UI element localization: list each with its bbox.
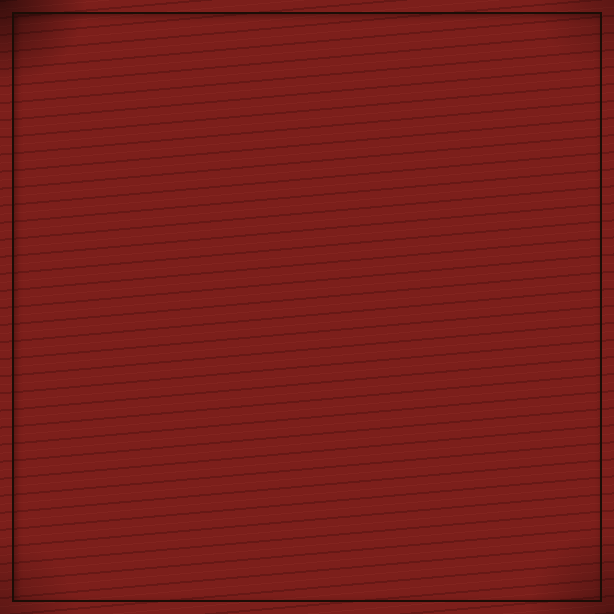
chessboard-frame bbox=[0, 0, 614, 614]
chess-board bbox=[12, 12, 602, 602]
